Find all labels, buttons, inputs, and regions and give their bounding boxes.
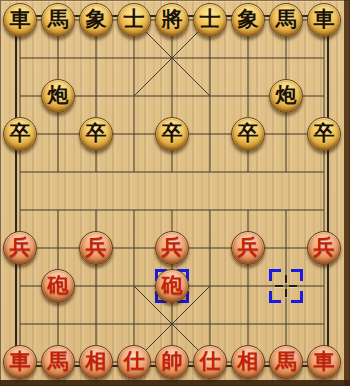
piece-glyph: 兵 (86, 237, 107, 258)
piece-glyph: 馬 (48, 351, 69, 372)
piece-red-advisor[interactable]: 仕 (193, 345, 227, 379)
piece-glyph: 炮 (276, 85, 297, 106)
xiangqi-board[interactable]: 車馬象士將士象馬車炮炮卒卒卒卒卒兵兵兵兵兵砲砲車馬相仕帥仕相馬車 (0, 0, 350, 386)
piece-red-soldier[interactable]: 兵 (79, 231, 113, 265)
piece-red-chariot[interactable]: 車 (3, 345, 37, 379)
piece-red-soldier[interactable]: 兵 (231, 231, 265, 265)
piece-glyph: 炮 (48, 85, 69, 106)
piece-glyph: 卒 (314, 123, 335, 144)
piece-black-advisor[interactable]: 士 (193, 3, 227, 37)
piece-glyph: 將 (162, 9, 183, 30)
piece-black-soldier[interactable]: 卒 (79, 117, 113, 151)
piece-glyph: 車 (314, 9, 335, 30)
piece-glyph: 砲 (162, 275, 183, 296)
piece-glyph: 士 (200, 9, 221, 30)
piece-glyph: 象 (238, 9, 259, 30)
piece-glyph: 帥 (162, 351, 183, 372)
piece-red-cannon[interactable]: 砲 (155, 269, 189, 303)
piece-black-elephant[interactable]: 象 (79, 3, 113, 37)
piece-red-general[interactable]: 帥 (155, 345, 189, 379)
piece-black-elephant[interactable]: 象 (231, 3, 265, 37)
piece-glyph: 車 (10, 9, 31, 30)
piece-glyph: 卒 (86, 123, 107, 144)
piece-glyph: 仕 (200, 351, 221, 372)
piece-glyph: 仕 (124, 351, 145, 372)
piece-black-horse[interactable]: 馬 (41, 3, 75, 37)
piece-black-horse[interactable]: 馬 (269, 3, 303, 37)
piece-red-advisor[interactable]: 仕 (117, 345, 151, 379)
piece-glyph: 兵 (314, 237, 335, 258)
piece-glyph: 卒 (238, 123, 259, 144)
piece-red-soldier[interactable]: 兵 (307, 231, 341, 265)
piece-red-elephant[interactable]: 相 (231, 345, 265, 379)
piece-black-soldier[interactable]: 卒 (3, 117, 37, 151)
piece-glyph: 卒 (162, 123, 183, 144)
piece-black-chariot[interactable]: 車 (307, 3, 341, 37)
piece-glyph: 兵 (10, 237, 31, 258)
piece-glyph: 馬 (276, 9, 297, 30)
piece-glyph: 相 (238, 351, 259, 372)
piece-black-soldier[interactable]: 卒 (307, 117, 341, 151)
piece-glyph: 車 (314, 351, 335, 372)
piece-black-cannon[interactable]: 炮 (269, 79, 303, 113)
piece-red-horse[interactable]: 馬 (269, 345, 303, 379)
piece-glyph: 象 (86, 9, 107, 30)
board-grid-lines (0, 0, 350, 386)
piece-glyph: 馬 (48, 9, 69, 30)
piece-glyph: 卒 (10, 123, 31, 144)
piece-glyph: 相 (86, 351, 107, 372)
piece-black-advisor[interactable]: 士 (117, 3, 151, 37)
piece-black-soldier[interactable]: 卒 (231, 117, 265, 151)
piece-black-general[interactable]: 將 (155, 3, 189, 37)
piece-red-cannon[interactable]: 砲 (41, 269, 75, 303)
piece-red-soldier[interactable]: 兵 (3, 231, 37, 265)
piece-black-soldier[interactable]: 卒 (155, 117, 189, 151)
piece-black-cannon[interactable]: 炮 (41, 79, 75, 113)
piece-glyph: 兵 (238, 237, 259, 258)
piece-glyph: 車 (10, 351, 31, 372)
piece-glyph: 砲 (48, 275, 69, 296)
piece-red-horse[interactable]: 馬 (41, 345, 75, 379)
piece-glyph: 兵 (162, 237, 183, 258)
piece-glyph: 士 (124, 9, 145, 30)
piece-red-elephant[interactable]: 相 (79, 345, 113, 379)
piece-red-soldier[interactable]: 兵 (155, 231, 189, 265)
piece-glyph: 馬 (276, 351, 297, 372)
piece-black-chariot[interactable]: 車 (3, 3, 37, 37)
piece-red-chariot[interactable]: 車 (307, 345, 341, 379)
